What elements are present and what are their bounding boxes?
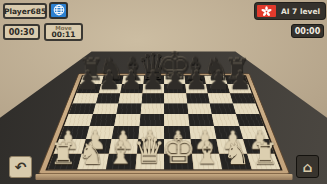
home-icon: ⌂ [302,159,312,175]
square-c6[interactable] [118,93,142,103]
undo-button[interactable]: ↶ [9,156,32,178]
opponent-name: AI 7 level [276,7,325,16]
square-a6[interactable] [72,93,98,103]
online-globe-button[interactable] [49,2,68,19]
player-move-timer: Move 00:11 [44,23,83,41]
globe-icon [53,1,65,20]
square-e6[interactable] [164,93,187,103]
piece-black-pawn[interactable]: ♟ [97,69,120,93]
game-screen: ♜♞♝♛♚♝♞♜♟♟♟♟♟♟♟♟♟♟♟♟♟♟♟♟♜♞♝♛♚♝♞♜ Player6… [0,0,327,184]
square-f6[interactable] [185,93,209,103]
square-b6[interactable] [95,93,120,103]
piece-white-bishop[interactable]: ♝ [193,139,221,168]
piece-white-bishop[interactable]: ♝ [106,139,134,168]
square-h6[interactable] [229,93,255,103]
square-a1[interactable]: ♜ [47,153,81,169]
square-d5[interactable] [140,103,164,114]
player-name: Player685 [4,7,46,16]
piece-black-pawn[interactable]: ♟ [228,69,251,93]
square-b5[interactable] [92,103,118,114]
square-g7[interactable]: ♟ [206,84,230,93]
square-d1[interactable]: ♛ [134,153,163,169]
square-f4[interactable] [187,114,213,126]
square-b7[interactable]: ♟ [98,84,122,93]
chess-board: ♜♞♝♛♚♝♞♜♟♟♟♟♟♟♟♟♟♟♟♟♟♟♟♟♜♞♝♛♚♝♞♜ [38,74,290,174]
square-e7[interactable]: ♟ [164,84,186,93]
piece-white-king[interactable]: ♚ [161,133,195,168]
square-h5[interactable] [232,103,259,114]
player-main-timer: 00:30 [3,24,40,40]
player-name-box: Player685 [3,3,47,19]
square-h1[interactable]: ♜ [246,153,280,169]
piece-white-rook[interactable]: ♜ [49,141,75,168]
square-e5[interactable] [164,103,188,114]
square-c5[interactable] [116,103,141,114]
square-h4[interactable] [235,114,263,126]
square-g5[interactable] [209,103,235,114]
piece-black-pawn[interactable]: ♟ [185,69,208,93]
square-d6[interactable] [141,93,164,103]
piece-black-pawn[interactable]: ♟ [119,69,142,93]
square-e1[interactable]: ♚ [164,153,193,169]
square-c4[interactable] [114,114,140,126]
opponent-name-box: AI 7 level [255,3,325,19]
piece-black-pawn[interactable]: ♟ [76,69,99,93]
square-g6[interactable] [207,93,232,103]
square-g4[interactable] [211,114,238,126]
square-f1[interactable]: ♝ [191,153,222,169]
move-timer-value: 00:11 [52,31,76,39]
hong-kong-flag-icon [257,5,276,17]
undo-icon: ↶ [15,159,27,175]
square-h7[interactable]: ♟ [227,84,251,93]
square-c1[interactable]: ♝ [105,153,136,169]
square-d7[interactable]: ♟ [142,84,164,93]
board-front-edge [35,174,292,180]
square-f5[interactable] [186,103,211,114]
piece-white-queen[interactable]: ♛ [133,135,166,168]
opponent-timer-value: 00:00 [295,27,320,36]
piece-white-knight[interactable]: ♞ [222,140,249,168]
piece-black-pawn[interactable]: ♟ [207,69,230,93]
board-squares: ♜♞♝♛♚♝♞♜♟♟♟♟♟♟♟♟♟♟♟♟♟♟♟♟♜♞♝♛♚♝♞♜ [47,76,280,170]
square-e4[interactable] [164,114,189,126]
square-d4[interactable] [139,114,164,126]
piece-white-rook[interactable]: ♜ [252,141,278,168]
square-g1[interactable]: ♞ [219,153,251,169]
piece-white-knight[interactable]: ♞ [77,140,104,168]
player-main-timer-value: 00:30 [9,28,34,37]
opponent-timer: 00:00 [291,24,324,38]
piece-black-pawn[interactable]: ♟ [163,69,186,93]
home-button[interactable]: ⌂ [296,155,319,178]
square-a5[interactable] [68,103,95,114]
square-a7[interactable]: ♟ [76,84,100,93]
square-b1[interactable]: ♞ [76,153,108,169]
piece-black-pawn[interactable]: ♟ [141,69,164,93]
square-b4[interactable] [89,114,116,126]
square-c7[interactable]: ♟ [120,84,143,93]
square-f7[interactable]: ♟ [185,84,208,93]
square-a4[interactable] [64,114,92,126]
